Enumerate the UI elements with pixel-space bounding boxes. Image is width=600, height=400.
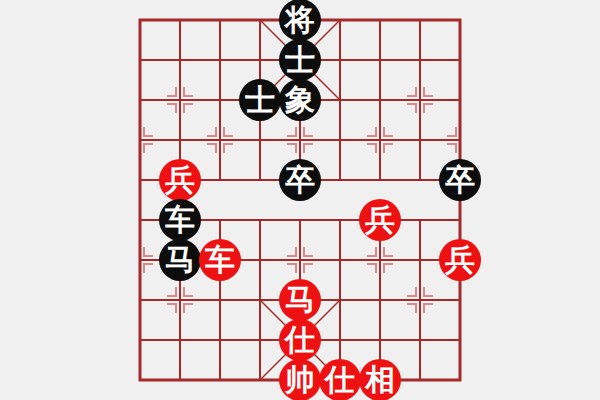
piece-red-chariot[interactable]: 车 (199, 239, 241, 281)
piece-red-soldier[interactable]: 兵 (439, 239, 481, 281)
piece-black-soldier[interactable]: 卒 (439, 159, 481, 201)
piece-black-advisor[interactable]: 士 (239, 79, 281, 121)
piece-red-soldier[interactable]: 兵 (359, 199, 401, 241)
xiangqi-app: 将士士象兵卒卒车兵马车兵马仕帅仕相 (0, 0, 600, 400)
piece-black-chariot[interactable]: 车 (159, 199, 201, 241)
xiangqi-board[interactable]: 将士士象兵卒卒车兵马车兵马仕帅仕相 (120, 0, 480, 400)
piece-black-soldier[interactable]: 卒 (279, 159, 321, 201)
piece-black-general[interactable]: 将 (279, 0, 321, 41)
piece-black-advisor[interactable]: 士 (279, 39, 321, 81)
piece-red-elephant[interactable]: 相 (359, 359, 401, 400)
piece-red-horse[interactable]: 马 (279, 279, 321, 321)
piece-red-advisor[interactable]: 仕 (319, 359, 361, 400)
piece-black-horse[interactable]: 马 (159, 239, 201, 281)
piece-red-general[interactable]: 帅 (279, 359, 321, 400)
piece-red-soldier[interactable]: 兵 (159, 159, 201, 201)
piece-black-elephant[interactable]: 象 (279, 79, 321, 121)
piece-red-advisor[interactable]: 仕 (279, 319, 321, 361)
